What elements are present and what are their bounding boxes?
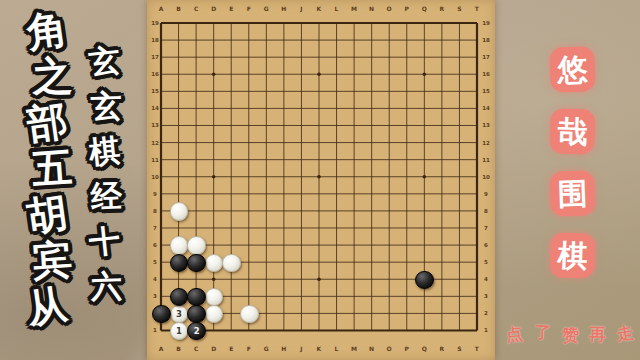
coordinate-label: S: [451, 340, 469, 356]
caption-character: 玄: [87, 44, 121, 78]
coordinate-label: B: [170, 340, 188, 356]
caption-character: 了: [533, 323, 551, 341]
move-number-label: 2: [188, 323, 205, 340]
black-stone-C3: [187, 288, 206, 307]
coordinate-label: M: [345, 340, 363, 356]
coordinate-label: C: [187, 340, 205, 356]
caption-character: 经: [90, 180, 122, 212]
black-stone-B3: [170, 288, 189, 307]
stones-layer: 312: [152, 14, 486, 339]
caption-character: 悠: [557, 54, 588, 85]
coordinate-label: H: [275, 340, 293, 356]
white-stone-D2: [205, 305, 224, 324]
white-stone-C6: [187, 236, 206, 255]
coordinate-label: G: [258, 340, 276, 356]
coordinate-label: A: [152, 340, 170, 356]
white-stone-B2: 3: [170, 305, 189, 324]
caption-character: 玄: [90, 90, 122, 122]
column-labels-bottom: ABCDEFGHJKLMNOPQRST: [152, 340, 486, 356]
video-frame: ABCDEFGHJKLMNOPQRST ABCDEFGHJKLMNOPQRST …: [0, 0, 640, 360]
caption-character: 角: [24, 8, 69, 53]
caption-character: 走: [616, 323, 635, 342]
coordinate-label: Q: [415, 340, 433, 356]
pink-character-badge: 悠: [549, 46, 596, 93]
coordinate-label: D: [205, 340, 223, 356]
caption-character: 六: [90, 270, 122, 302]
white-stone-D3: [205, 288, 224, 307]
black-stone-C1: 2: [187, 322, 206, 341]
coordinate-label: E: [222, 340, 240, 356]
caption-character: 之: [31, 54, 74, 97]
pink-character-badge: 哉: [549, 108, 596, 155]
caption-character: 胡: [24, 192, 69, 237]
caption-character: 宾: [31, 238, 74, 281]
coordinate-label: O: [380, 340, 398, 356]
caption-character: 赞: [561, 326, 579, 344]
caption-character: 五: [31, 146, 74, 189]
white-stone-B6: [170, 236, 189, 255]
black-stone-B5: [170, 254, 189, 273]
pink-character-badge: 棋: [549, 232, 596, 279]
pink-character-badge: 围: [549, 170, 596, 217]
caption-character: 哉: [557, 116, 588, 147]
left-caption-problem-name: 角之部五胡宾从: [20, 10, 78, 326]
caption-character: 棋: [87, 134, 121, 168]
coordinate-label: T: [468, 340, 486, 356]
coordinate-label: J: [293, 340, 311, 356]
caption-character: 棋: [557, 240, 588, 271]
black-stone-Q4: [415, 271, 434, 290]
caption-character: 围: [557, 178, 588, 209]
go-board: ABCDEFGHJKLMNOPQRST ABCDEFGHJKLMNOPQRST …: [147, 0, 495, 360]
caption-character: 点: [505, 325, 524, 344]
caption-character: 部: [24, 100, 69, 145]
caption-character: 从: [24, 284, 69, 329]
coordinate-label: P: [398, 340, 416, 356]
move-number-label: 3: [171, 306, 188, 323]
move-number-label: 1: [171, 323, 188, 340]
coordinate-label: N: [363, 340, 381, 356]
right-caption-channel-title: 悠哉围棋: [550, 47, 595, 278]
white-stone-D5: [205, 254, 224, 273]
caption-character: 十: [87, 224, 121, 258]
white-stone-B1: 1: [170, 322, 189, 341]
black-stone-C2: [187, 305, 206, 324]
coordinate-label: F: [240, 340, 258, 356]
coordinate-label: K: [310, 340, 328, 356]
coordinate-label: L: [328, 340, 346, 356]
white-stone-F2: [240, 305, 259, 324]
black-stone-A2: [152, 305, 171, 324]
caption-character: 再: [589, 325, 607, 343]
white-stone-E5: [222, 254, 241, 273]
like-reminder-text: 点了赞再走: [506, 321, 634, 347]
coordinate-label: R: [433, 340, 451, 356]
left-caption-book-title: 玄玄棋经十六: [83, 46, 125, 302]
black-stone-C5: [187, 254, 206, 273]
white-stone-B8: [170, 202, 189, 221]
